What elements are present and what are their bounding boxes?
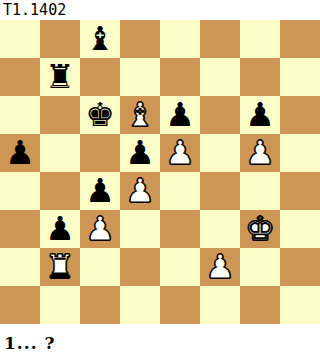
chess-puzzle-page: T1.1402 ♝♜♚♝♟♟♟♟♟♟♟♟♟♟♚♜♟ 1... ?: [0, 0, 320, 353]
square-b8[interactable]: [40, 20, 80, 58]
square-h8[interactable]: [280, 20, 320, 58]
square-f6[interactable]: [200, 96, 240, 134]
square-f8[interactable]: [200, 20, 240, 58]
square-e3[interactable]: [160, 210, 200, 248]
square-c5[interactable]: [80, 134, 120, 172]
square-f4[interactable]: [200, 172, 240, 210]
square-b4[interactable]: [40, 172, 80, 210]
square-e4[interactable]: [160, 172, 200, 210]
square-b5[interactable]: [40, 134, 80, 172]
square-b7[interactable]: ♜: [40, 58, 80, 96]
black-bishop-piece: ♝: [80, 20, 120, 58]
square-b6[interactable]: [40, 96, 80, 134]
chess-board: ♝♜♚♝♟♟♟♟♟♟♟♟♟♟♚♜♟: [0, 20, 320, 324]
square-f5[interactable]: [200, 134, 240, 172]
square-d3[interactable]: [120, 210, 160, 248]
move-prompt: 1... ?: [0, 324, 320, 353]
square-e6[interactable]: ♟: [160, 96, 200, 134]
square-a8[interactable]: [0, 20, 40, 58]
white-pawn-piece: ♟: [160, 134, 200, 172]
white-pawn-piece: ♟: [80, 210, 120, 248]
square-g4[interactable]: [240, 172, 280, 210]
black-pawn-piece: ♟: [240, 96, 280, 134]
square-g2[interactable]: [240, 248, 280, 286]
square-h6[interactable]: [280, 96, 320, 134]
square-d6[interactable]: ♝: [120, 96, 160, 134]
white-rook-piece: ♜: [40, 248, 80, 286]
square-h1[interactable]: [280, 286, 320, 324]
square-d4[interactable]: ♟: [120, 172, 160, 210]
square-c8[interactable]: ♝: [80, 20, 120, 58]
puzzle-id-title: T1.1402: [0, 0, 320, 20]
black-pawn-piece: ♟: [40, 210, 80, 248]
square-e7[interactable]: [160, 58, 200, 96]
black-pawn-piece: ♟: [0, 134, 40, 172]
square-a5[interactable]: ♟: [0, 134, 40, 172]
square-c6[interactable]: ♚: [80, 96, 120, 134]
square-h4[interactable]: [280, 172, 320, 210]
square-g3[interactable]: ♚: [240, 210, 280, 248]
square-d1[interactable]: [120, 286, 160, 324]
square-c3[interactable]: ♟: [80, 210, 120, 248]
square-h3[interactable]: [280, 210, 320, 248]
white-king-piece: ♚: [240, 210, 280, 248]
square-b2[interactable]: ♜: [40, 248, 80, 286]
square-h5[interactable]: [280, 134, 320, 172]
square-a4[interactable]: [0, 172, 40, 210]
white-pawn-piece: ♟: [200, 248, 240, 286]
square-g8[interactable]: [240, 20, 280, 58]
white-pawn-piece: ♟: [240, 134, 280, 172]
square-c4[interactable]: ♟: [80, 172, 120, 210]
square-f3[interactable]: [200, 210, 240, 248]
square-f2[interactable]: ♟: [200, 248, 240, 286]
square-h2[interactable]: [280, 248, 320, 286]
white-pawn-piece: ♟: [120, 172, 160, 210]
square-b1[interactable]: [40, 286, 80, 324]
black-rook-piece: ♜: [40, 58, 80, 96]
square-g5[interactable]: ♟: [240, 134, 280, 172]
square-d2[interactable]: [120, 248, 160, 286]
square-f1[interactable]: [200, 286, 240, 324]
square-f7[interactable]: [200, 58, 240, 96]
square-a1[interactable]: [0, 286, 40, 324]
square-g7[interactable]: [240, 58, 280, 96]
black-pawn-piece: ♟: [120, 134, 160, 172]
square-b3[interactable]: ♟: [40, 210, 80, 248]
square-a3[interactable]: [0, 210, 40, 248]
black-pawn-piece: ♟: [80, 172, 120, 210]
square-h7[interactable]: [280, 58, 320, 96]
square-e5[interactable]: ♟: [160, 134, 200, 172]
square-e2[interactable]: [160, 248, 200, 286]
square-c2[interactable]: [80, 248, 120, 286]
square-e8[interactable]: [160, 20, 200, 58]
square-d7[interactable]: [120, 58, 160, 96]
square-g1[interactable]: [240, 286, 280, 324]
white-bishop-piece: ♝: [120, 96, 160, 134]
square-c7[interactable]: [80, 58, 120, 96]
black-king-piece: ♚: [80, 96, 120, 134]
black-pawn-piece: ♟: [160, 96, 200, 134]
square-c1[interactable]: [80, 286, 120, 324]
square-a2[interactable]: [0, 248, 40, 286]
square-e1[interactable]: [160, 286, 200, 324]
square-g6[interactable]: ♟: [240, 96, 280, 134]
square-d5[interactable]: ♟: [120, 134, 160, 172]
square-a7[interactable]: [0, 58, 40, 96]
square-a6[interactable]: [0, 96, 40, 134]
square-d8[interactable]: [120, 20, 160, 58]
